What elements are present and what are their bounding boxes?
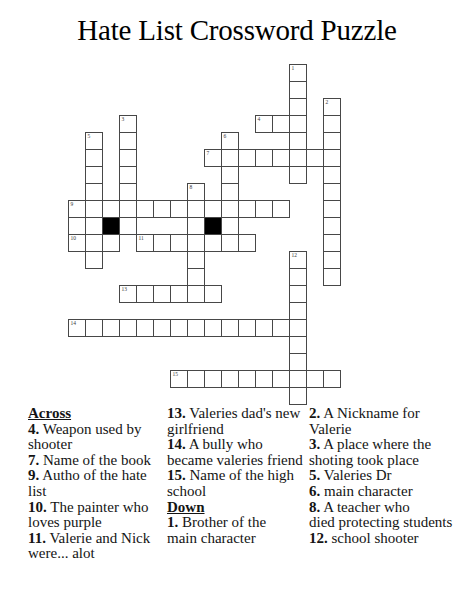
cell-number: 2 [326, 99, 329, 106]
clue-number: 7. [28, 452, 39, 468]
grid-cell[interactable] [272, 370, 290, 388]
clue-number: 13. [167, 405, 186, 421]
cell-number: 1 [292, 65, 295, 72]
clue-4: 4. Weapon used byshooter [28, 422, 166, 453]
clue-number: 15. [167, 467, 186, 483]
grid-cell[interactable] [170, 200, 188, 218]
grid-cell[interactable] [187, 234, 205, 252]
puzzle-title: Hate List Crossword Puzzle [0, 15, 474, 45]
grid-cell[interactable] [289, 81, 307, 99]
grid-cell[interactable] [272, 149, 290, 167]
grid-cell[interactable] [136, 319, 154, 337]
clues-column-3: 2. A Nickname forValerie3. A place where… [309, 406, 467, 546]
grid-cell[interactable] [289, 285, 307, 303]
grid-cell[interactable] [238, 234, 256, 252]
grid-cell[interactable] [170, 319, 188, 337]
grid-cell[interactable] [153, 200, 171, 218]
grid-cell[interactable] [289, 149, 307, 167]
cell-number: 7 [207, 150, 210, 157]
grid-cell[interactable] [255, 149, 273, 167]
clue-3: 3. A place where theshoting took place [309, 437, 467, 468]
grid-cell[interactable]: 6 [221, 132, 239, 150]
clue-1: 1. Brother of themain character [167, 515, 307, 546]
grid-cell[interactable] [289, 319, 307, 337]
grid-cell[interactable] [153, 319, 171, 337]
grid-cell[interactable] [102, 319, 120, 337]
crossword-grid: 123456789101112131415 [68, 64, 341, 405]
grid-cell[interactable] [102, 234, 120, 252]
grid-cell[interactable] [136, 285, 154, 303]
grid-cell[interactable] [204, 200, 222, 218]
cell-number: 14 [71, 320, 77, 327]
grid-cell[interactable]: 7 [204, 149, 222, 167]
clue-11: 11. Valerie and Nickwere... alot [28, 531, 166, 562]
grid-cell[interactable] [119, 132, 137, 150]
clues-column-2: 13. Valeries dad's newgirlfriend14. A bu… [167, 406, 307, 546]
grid-cell[interactable] [238, 149, 256, 167]
grid-cell[interactable] [272, 115, 290, 133]
grid-cell[interactable]: 5 [85, 132, 103, 150]
grid-cell[interactable]: 1 [289, 64, 307, 82]
grid-cell[interactable] [255, 319, 273, 337]
grid-cell[interactable] [323, 183, 341, 201]
grid-cell[interactable] [289, 166, 307, 184]
grid-cell[interactable] [272, 319, 290, 337]
cell-number: 4 [258, 116, 261, 123]
down-heading: Down [167, 500, 307, 516]
grid-cell[interactable] [221, 217, 239, 235]
clue-number: 6. [309, 483, 320, 499]
across-heading: Across [28, 406, 166, 422]
clue-5: 5. Valeries Dr [309, 468, 467, 484]
grid-cell[interactable] [289, 132, 307, 150]
cell-number: 6 [224, 133, 227, 140]
grid-cell[interactable] [289, 98, 307, 116]
grid-cell[interactable] [153, 285, 171, 303]
grid-cell[interactable] [136, 200, 154, 218]
puzzle-page: { "game": "crossword", "title": "Hate Li… [0, 0, 474, 613]
clue-number: 5. [309, 467, 320, 483]
grid-cell[interactable]: 9 [68, 200, 86, 218]
grid-cell[interactable] [238, 370, 256, 388]
grid-cell[interactable] [238, 319, 256, 337]
grid-cell[interactable] [289, 336, 307, 354]
grid-cell[interactable] [221, 166, 239, 184]
grid-cell[interactable]: 8 [187, 183, 205, 201]
grid-cell[interactable] [221, 234, 239, 252]
grid-cell[interactable] [85, 166, 103, 184]
clue-number: 10. [28, 499, 47, 515]
grid-cell[interactable] [119, 319, 137, 337]
cell-number: 10 [71, 235, 77, 242]
grid-cell[interactable]: 12 [289, 251, 307, 269]
grid-cell[interactable] [85, 234, 103, 252]
clue-13: 13. Valeries dad's newgirlfriend [167, 406, 307, 437]
clue-number: 2. [309, 405, 320, 421]
grid-cell[interactable] [204, 234, 222, 252]
grid-cell[interactable] [119, 183, 137, 201]
grid-cell[interactable] [323, 132, 341, 150]
grid-cell[interactable] [289, 302, 307, 320]
cell-number: 15 [173, 371, 179, 378]
grid-cell[interactable] [306, 370, 324, 388]
clue-15: 15. Name of the highschool [167, 468, 307, 499]
grid-cell[interactable] [68, 217, 86, 235]
black-cell [102, 217, 120, 235]
grid-cell[interactable] [85, 200, 103, 218]
grid-cell[interactable] [323, 370, 341, 388]
grid-cell[interactable] [289, 268, 307, 286]
grid-cell[interactable] [323, 234, 341, 252]
clues-column-1: Across4. Weapon used byshooter7. Name of… [28, 406, 166, 562]
grid-cell[interactable] [119, 200, 137, 218]
cell-number: 5 [88, 133, 91, 140]
clue-9: 9. Autho of the hatelist [28, 468, 166, 499]
grid-cell[interactable] [221, 183, 239, 201]
grid-cell[interactable] [119, 217, 137, 235]
clue-7: 7. Name of the book [28, 453, 166, 469]
clue-14: 14. A bully whobecame valeries friend [167, 437, 307, 468]
grid-cell[interactable] [119, 166, 137, 184]
grid-cell[interactable] [187, 217, 205, 235]
cell-number: 13 [122, 286, 128, 293]
clue-12: 12. school shooter [309, 531, 467, 547]
grid-cell[interactable] [323, 166, 341, 184]
cell-number: 9 [71, 201, 74, 208]
clue-6: 6. main character [309, 484, 467, 500]
grid-cell[interactable] [306, 149, 324, 167]
clue-number: 11. [28, 530, 46, 546]
grid-cell[interactable] [204, 285, 222, 303]
grid-cell[interactable] [187, 319, 205, 337]
grid-cell[interactable] [221, 370, 239, 388]
grid-cell[interactable]: 11 [136, 234, 154, 252]
grid-cell[interactable] [187, 251, 205, 269]
grid-cell[interactable]: 15 [170, 370, 188, 388]
grid-cell[interactable] [170, 234, 188, 252]
grid-cell[interactable]: 14 [68, 319, 86, 337]
clue-number: 9. [28, 467, 39, 483]
grid-cell[interactable] [187, 370, 205, 388]
grid-cell[interactable] [255, 200, 273, 218]
grid-cell[interactable]: 3 [119, 115, 137, 133]
clue-number: 14. [167, 436, 186, 452]
grid-cell[interactable] [153, 234, 171, 252]
clue-number: 3. [309, 436, 320, 452]
grid-cell[interactable] [170, 285, 188, 303]
grid-cell[interactable] [85, 149, 103, 167]
grid-cell[interactable] [323, 251, 341, 269]
grid-cell[interactable]: 4 [255, 115, 273, 133]
grid-cell[interactable] [323, 217, 341, 235]
cell-number: 3 [122, 116, 125, 123]
grid-cell[interactable]: 2 [323, 98, 341, 116]
grid-cell[interactable] [272, 200, 290, 218]
clue-2: 2. A Nickname forValerie [309, 406, 467, 437]
grid-cell[interactable] [102, 200, 120, 218]
grid-cell[interactable] [187, 200, 205, 218]
cell-number: 12 [292, 252, 298, 259]
grid-cell[interactable]: 13 [119, 285, 137, 303]
grid-cell[interactable] [323, 200, 341, 218]
grid-cell[interactable] [204, 370, 222, 388]
cell-number: 8 [190, 184, 193, 191]
grid-cell[interactable] [204, 319, 222, 337]
grid-cell[interactable] [187, 268, 205, 286]
grid-cell[interactable] [323, 115, 341, 133]
grid-cell[interactable] [85, 251, 103, 269]
grid-cell[interactable] [85, 183, 103, 201]
clue-number: 12. [309, 530, 328, 546]
grid-cell[interactable] [289, 115, 307, 133]
cell-number: 11 [139, 235, 144, 242]
grid-cell[interactable] [323, 149, 341, 167]
grid-cell[interactable] [289, 353, 307, 371]
clue-number: 1. [167, 514, 178, 530]
grid-cell[interactable] [323, 268, 341, 286]
grid-cell[interactable] [187, 285, 205, 303]
grid-cell[interactable] [238, 200, 256, 218]
clue-10: 10. The painter wholoves purple [28, 500, 166, 531]
grid-cell[interactable] [289, 387, 307, 405]
grid-cell[interactable] [85, 217, 103, 235]
grid-cell[interactable] [85, 319, 103, 337]
clue-number: 8. [309, 499, 320, 515]
grid-cell[interactable] [289, 370, 307, 388]
grid-cell[interactable] [255, 370, 273, 388]
black-cell [204, 217, 222, 235]
grid-cell[interactable] [221, 319, 239, 337]
clue-number: 4. [28, 421, 39, 437]
clue-8: 8. A teacher whodied protecting students [309, 500, 467, 531]
grid-cell[interactable] [221, 149, 239, 167]
grid-cell[interactable] [119, 149, 137, 167]
grid-cell[interactable]: 10 [68, 234, 86, 252]
grid-cell[interactable] [221, 200, 239, 218]
